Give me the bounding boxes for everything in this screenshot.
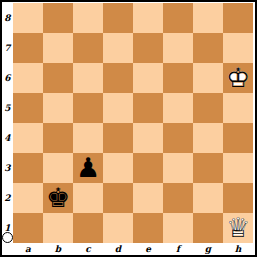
square-d4[interactable] (103, 123, 133, 153)
square-c7[interactable] (73, 33, 103, 63)
black-king-icon[interactable]: ♚ (43, 183, 73, 213)
square-b2[interactable]: ♚ (43, 183, 73, 213)
square-g5[interactable] (193, 93, 223, 123)
square-h2[interactable] (223, 183, 253, 213)
file-label-a: a (13, 243, 43, 255)
square-h1[interactable]: ♛♕ (223, 213, 253, 243)
square-d6[interactable] (103, 63, 133, 93)
square-a6[interactable] (13, 63, 43, 93)
square-g7[interactable] (193, 33, 223, 63)
square-h8[interactable] (223, 3, 253, 33)
square-a4[interactable] (13, 123, 43, 153)
square-d3[interactable] (103, 153, 133, 183)
rank-label-5: 5 (2, 93, 13, 123)
square-g8[interactable] (193, 3, 223, 33)
square-f5[interactable] (163, 93, 193, 123)
square-c4[interactable] (73, 123, 103, 153)
square-a5[interactable] (13, 93, 43, 123)
square-g4[interactable] (193, 123, 223, 153)
square-h3[interactable] (223, 153, 253, 183)
square-g6[interactable] (193, 63, 223, 93)
square-c2[interactable] (73, 183, 103, 213)
rank-label-7: 7 (2, 33, 13, 63)
piece-solid-layer: ♟ (73, 153, 103, 183)
file-label-c: c (73, 243, 103, 255)
file-label-h: h (223, 243, 253, 255)
square-e2[interactable] (133, 183, 163, 213)
square-b6[interactable] (43, 63, 73, 93)
square-h7[interactable] (223, 33, 253, 63)
rank-label-6: 6 (2, 63, 13, 93)
square-c6[interactable] (73, 63, 103, 93)
file-label-f: f (163, 243, 193, 255)
square-h5[interactable] (223, 93, 253, 123)
square-b5[interactable] (43, 93, 73, 123)
square-h6[interactable]: ♚♔ (223, 63, 253, 93)
square-f3[interactable] (163, 153, 193, 183)
square-d1[interactable] (103, 213, 133, 243)
square-a7[interactable] (13, 33, 43, 63)
square-e6[interactable] (133, 63, 163, 93)
square-f7[interactable] (163, 33, 193, 63)
square-c5[interactable] (73, 93, 103, 123)
square-e5[interactable] (133, 93, 163, 123)
square-b7[interactable] (43, 33, 73, 63)
square-b4[interactable] (43, 123, 73, 153)
square-f1[interactable] (163, 213, 193, 243)
square-g3[interactable] (193, 153, 223, 183)
rank-label-8: 8 (2, 3, 13, 33)
file-label-e: e (133, 243, 163, 255)
file-labels: abcdefgh (13, 243, 253, 255)
rank-label-4: 4 (2, 123, 13, 153)
square-g2[interactable] (193, 183, 223, 213)
file-label-b: b (43, 243, 73, 255)
file-label-d: d (103, 243, 133, 255)
square-a1[interactable] (13, 213, 43, 243)
square-d8[interactable] (103, 3, 133, 33)
square-a8[interactable] (13, 3, 43, 33)
square-b3[interactable] (43, 153, 73, 183)
square-a2[interactable] (13, 183, 43, 213)
square-f2[interactable] (163, 183, 193, 213)
black-pawn-icon[interactable]: ♟ (73, 153, 103, 183)
rank-label-2: 2 (2, 183, 13, 213)
piece-outline-layer: ♕ (223, 213, 253, 243)
square-g1[interactable] (193, 213, 223, 243)
square-c1[interactable] (73, 213, 103, 243)
file-label-g: g (193, 243, 223, 255)
square-d2[interactable] (103, 183, 133, 213)
square-f6[interactable] (163, 63, 193, 93)
chess-diagram: 87654321 ♚♔♟♚♛♕ abcdefgh (0, 0, 257, 257)
rank-labels: 87654321 (2, 3, 13, 243)
white-queen-icon[interactable]: ♛♕ (223, 213, 253, 243)
square-f8[interactable] (163, 3, 193, 33)
square-e3[interactable] (133, 153, 163, 183)
square-b8[interactable] (43, 3, 73, 33)
board: ♚♔♟♚♛♕ (13, 3, 253, 243)
square-e7[interactable] (133, 33, 163, 63)
square-c3[interactable]: ♟ (73, 153, 103, 183)
square-c8[interactable] (73, 3, 103, 33)
square-e8[interactable] (133, 3, 163, 33)
piece-solid-layer: ♚ (43, 183, 73, 213)
square-e1[interactable] (133, 213, 163, 243)
square-b1[interactable] (43, 213, 73, 243)
rank-label-3: 3 (2, 153, 13, 183)
piece-outline-layer: ♔ (223, 63, 253, 93)
square-a3[interactable] (13, 153, 43, 183)
square-d7[interactable] (103, 33, 133, 63)
white-king-icon[interactable]: ♚♔ (223, 63, 253, 93)
square-e4[interactable] (133, 123, 163, 153)
side-to-move-indicator (2, 232, 13, 243)
square-d5[interactable] (103, 93, 133, 123)
square-f4[interactable] (163, 123, 193, 153)
square-h4[interactable] (223, 123, 253, 153)
